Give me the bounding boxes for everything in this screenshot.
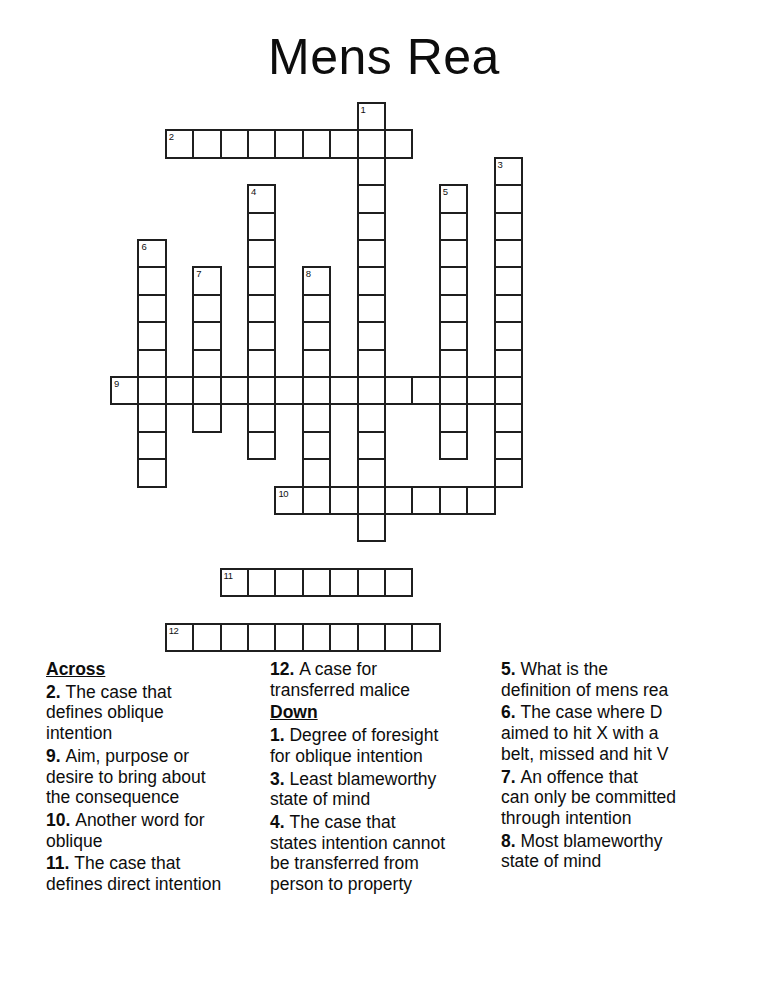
grid-cell-r10c3[interactable] [192, 376, 221, 405]
grid-cell-r6c12[interactable] [439, 266, 468, 295]
cell-number-12: 12 [169, 625, 179, 636]
grid-cell-r13c7[interactable] [302, 458, 331, 487]
clue-number: 3. [270, 769, 289, 789]
grid-cell-r11c12[interactable] [439, 403, 468, 432]
cell-number-5: 5 [443, 186, 448, 197]
clue-number: 8. [501, 831, 520, 851]
grid-cell-r10c14[interactable] [494, 376, 523, 405]
clue-number: 1. [270, 725, 289, 745]
grid-cell-r19c5[interactable] [247, 623, 276, 652]
grid-cell-r12c9[interactable] [357, 431, 386, 460]
grid-cell-r17c8[interactable] [329, 568, 358, 597]
grid-cell-r5c12[interactable] [439, 239, 468, 268]
grid-cell-r11c1[interactable] [137, 403, 166, 432]
clue-number: 10. [46, 810, 75, 830]
grid-cell-r8c14[interactable] [494, 321, 523, 350]
grid-cell-r3c14[interactable] [494, 184, 523, 213]
clue-7: 7. An offence that can only be committed… [501, 767, 751, 829]
clue-number: 6. [501, 702, 520, 722]
grid-cell-r12c14[interactable] [494, 431, 523, 460]
clue-text: The case where D aimed to hit X with a b… [501, 702, 668, 763]
grid-cell-r14c9[interactable] [357, 486, 386, 515]
grid-cell-r8c12[interactable] [439, 321, 468, 350]
grid-cell-r12c12[interactable] [439, 431, 468, 460]
grid-cell-r19c3[interactable] [192, 623, 221, 652]
clue-text: The case that defines oblique intention [46, 682, 172, 743]
grid-cell-r14c10[interactable] [384, 486, 413, 515]
grid-cell-r10c7[interactable] [302, 376, 331, 405]
grid-cell-r5c1[interactable]: 6 [137, 239, 166, 268]
cell-number-11: 11 [224, 570, 233, 581]
grid-cell-r6c3[interactable]: 7 [192, 266, 221, 295]
grid-cell-r19c4[interactable] [220, 623, 249, 652]
clue-3: 3. Least blameworthy state of mind [270, 769, 496, 810]
grid-cell-r14c7[interactable] [302, 486, 331, 515]
grid-cell-r5c9[interactable] [357, 239, 386, 268]
grid-cell-r2c9[interactable] [357, 157, 386, 186]
crossword-page: Mens Rea 123456789101112 Across2. The ca… [0, 0, 768, 994]
across-heading: Across [46, 659, 264, 680]
grid-cell-r9c5[interactable] [247, 349, 276, 378]
grid-cell-r7c3[interactable] [192, 294, 221, 323]
grid-cell-r19c2[interactable]: 12 [165, 623, 194, 652]
grid-cell-r7c7[interactable] [302, 294, 331, 323]
grid-cell-r9c3[interactable] [192, 349, 221, 378]
grid-cell-r9c7[interactable] [302, 349, 331, 378]
cell-number-1: 1 [361, 104, 366, 115]
clue-number: 12. [270, 659, 299, 679]
cell-number-8: 8 [306, 268, 311, 279]
grid-cell-r1c3[interactable] [192, 129, 221, 158]
grid-cell-r10c10[interactable] [384, 376, 413, 405]
grid-cell-r4c9[interactable] [357, 212, 386, 241]
cell-number-10: 10 [278, 488, 288, 499]
grid-cell-r13c1[interactable] [137, 458, 166, 487]
grid-cell-r9c14[interactable] [494, 349, 523, 378]
grid-cell-r11c14[interactable] [494, 403, 523, 432]
grid-cell-r9c9[interactable] [357, 349, 386, 378]
clue-number: 11. [46, 853, 74, 873]
clue-2: 2. The case that defines oblique intenti… [46, 682, 264, 744]
clue-text: Least blameworthy state of mind [270, 769, 436, 810]
cell-number-6: 6 [141, 241, 146, 252]
grid-cell-r10c1[interactable] [137, 376, 166, 405]
grid-cell-r13c14[interactable] [494, 458, 523, 487]
grid-cell-r19c11[interactable] [411, 623, 440, 652]
grid-cell-r7c5[interactable] [247, 294, 276, 323]
grid-cell-r7c12[interactable] [439, 294, 468, 323]
grid-cell-r9c12[interactable] [439, 349, 468, 378]
grid-cell-r12c5[interactable] [247, 431, 276, 460]
grid-cell-r1c9[interactable] [357, 129, 386, 158]
grid-cell-r3c12[interactable]: 5 [439, 184, 468, 213]
clue-number: 5. [501, 659, 520, 679]
grid-cell-r4c12[interactable] [439, 212, 468, 241]
cell-number-2: 2 [169, 131, 174, 142]
puzzle-title: Mens Rea [0, 28, 768, 86]
clue-8: 8. Most blameworthy state of mind [501, 831, 751, 872]
clue-number: 9. [46, 746, 65, 766]
grid-cell-r10c9[interactable] [357, 376, 386, 405]
clue-column-right: 5. What is the definition of mens rea6. … [501, 659, 751, 874]
grid-cell-r19c9[interactable] [357, 623, 386, 652]
grid-cell-r14c11[interactable] [411, 486, 440, 515]
cell-number-7: 7 [196, 268, 201, 279]
grid-cell-r19c8[interactable] [329, 623, 358, 652]
crossword-grid: 123456789101112 [110, 102, 523, 652]
grid-cell-r6c7[interactable]: 8 [302, 266, 331, 295]
grid-cell-r17c5[interactable] [247, 568, 276, 597]
grid-cell-r12c1[interactable] [137, 431, 166, 460]
grid-cell-r19c10[interactable] [384, 623, 413, 652]
clue-column-middle: 12. A case for transferred maliceDown1. … [270, 659, 496, 897]
grid-cell-r10c2[interactable] [165, 376, 194, 405]
cell-number-9: 9 [114, 378, 119, 389]
grid-cell-r4c14[interactable] [494, 212, 523, 241]
grid-cell-r1c4[interactable] [220, 129, 249, 158]
grid-cell-r10c11[interactable] [411, 376, 440, 405]
grid-cell-r1c2[interactable]: 2 [165, 129, 194, 158]
grid-cell-r13c9[interactable] [357, 458, 386, 487]
grid-cell-r8c1[interactable] [137, 321, 166, 350]
clue-text: Most blameworthy state of mind [501, 831, 662, 872]
grid-cell-r15c9[interactable] [357, 513, 386, 542]
grid-cell-r6c14[interactable] [494, 266, 523, 295]
grid-cell-r19c6[interactable] [274, 623, 303, 652]
clue-9: 9. Aim, purpose or desire to bring about… [46, 746, 264, 808]
grid-cell-r3c5[interactable]: 4 [247, 184, 276, 213]
grid-cell-r10c12[interactable] [439, 376, 468, 405]
grid-cell-r6c5[interactable] [247, 266, 276, 295]
clue-10: 10. Another word for oblique [46, 810, 264, 851]
clue-text: Aim, purpose or desire to bring about th… [46, 746, 206, 807]
grid-cell-r17c10[interactable] [384, 568, 413, 597]
grid-cell-r4c5[interactable] [247, 212, 276, 241]
grid-cell-r10c4[interactable] [220, 376, 249, 405]
clue-number: 2. [46, 682, 65, 702]
grid-cell-r14c13[interactable] [466, 486, 495, 515]
grid-cell-r12c7[interactable] [302, 431, 331, 460]
down-heading: Down [270, 702, 496, 723]
grid-cell-r1c7[interactable] [302, 129, 331, 158]
grid-cell-r7c1[interactable] [137, 294, 166, 323]
grid-cell-r7c14[interactable] [494, 294, 523, 323]
clue-12: 12. A case for transferred malice [270, 659, 496, 700]
grid-cell-r17c7[interactable] [302, 568, 331, 597]
clue-6: 6. The case where D aimed to hit X with … [501, 702, 751, 764]
grid-cell-r3c9[interactable] [357, 184, 386, 213]
clue-4: 4. The case that states intention cannot… [270, 812, 496, 895]
cell-number-4: 4 [251, 186, 256, 197]
clue-1: 1. Degree of foresight for oblique inten… [270, 725, 496, 766]
clue-text: Degree of foresight for oblique intentio… [270, 725, 438, 766]
grid-cell-r10c8[interactable] [329, 376, 358, 405]
grid-cell-r1c10[interactable] [384, 129, 413, 158]
grid-cell-r14c8[interactable] [329, 486, 358, 515]
grid-cell-r11c9[interactable] [357, 403, 386, 432]
grid-cell-r6c1[interactable] [137, 266, 166, 295]
grid-cell-r7c9[interactable] [357, 294, 386, 323]
grid-cell-r1c8[interactable] [329, 129, 358, 158]
grid-cell-r5c5[interactable] [247, 239, 276, 268]
grid-cell-r17c4[interactable]: 11 [220, 568, 249, 597]
grid-cell-r8c5[interactable] [247, 321, 276, 350]
grid-cell-r9c1[interactable] [137, 349, 166, 378]
grid-cell-r19c7[interactable] [302, 623, 331, 652]
clue-number: 7. [501, 767, 520, 787]
grid-cell-r11c3[interactable] [192, 403, 221, 432]
grid-cell-r11c5[interactable] [247, 403, 276, 432]
grid-cell-r0c9[interactable]: 1 [357, 102, 386, 131]
grid-cell-r17c6[interactable] [274, 568, 303, 597]
grid-cell-r1c6[interactable] [274, 129, 303, 158]
clue-text: What is the definition of mens rea [501, 659, 668, 700]
clue-11: 11. The case that defines direct intenti… [46, 853, 264, 894]
grid-cell-r10c0[interactable]: 9 [110, 376, 139, 405]
cell-number-3: 3 [498, 159, 503, 170]
clue-number: 4. [270, 812, 289, 832]
grid-cell-r14c12[interactable] [439, 486, 468, 515]
grid-cell-r8c7[interactable] [302, 321, 331, 350]
grid-cell-r10c13[interactable] [466, 376, 495, 405]
grid-cell-r5c14[interactable] [494, 239, 523, 268]
clue-column-left: Across2. The case that defines oblique i… [46, 659, 264, 897]
grid-cell-r11c7[interactable] [302, 403, 331, 432]
grid-cell-r10c5[interactable] [247, 376, 276, 405]
clue-text: An offence that can only be committed th… [501, 767, 676, 828]
grid-cell-r8c3[interactable] [192, 321, 221, 350]
grid-cell-r10c6[interactable] [274, 376, 303, 405]
grid-cell-r6c9[interactable] [357, 266, 386, 295]
grid-cell-r8c9[interactable] [357, 321, 386, 350]
grid-cell-r14c6[interactable]: 10 [274, 486, 303, 515]
clue-5: 5. What is the definition of mens rea [501, 659, 751, 700]
grid-cell-r1c5[interactable] [247, 129, 276, 158]
grid-cell-r17c9[interactable] [357, 568, 386, 597]
grid-cell-r2c14[interactable]: 3 [494, 157, 523, 186]
clue-text: The case that states intention cannot be… [270, 812, 445, 894]
